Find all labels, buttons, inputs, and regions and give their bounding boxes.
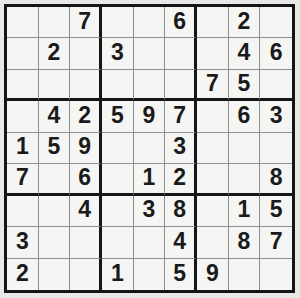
given-digit: 7 — [206, 72, 219, 95]
cell-r5c5[interactable] — [134, 133, 166, 164]
cell-r2c2[interactable]: 2 — [39, 38, 71, 69]
cell-r3c6[interactable] — [165, 70, 197, 101]
cell-r9c8[interactable] — [229, 259, 261, 290]
cell-r6c9[interactable]: 8 — [260, 164, 292, 195]
cell-r5c4[interactable] — [102, 133, 134, 164]
given-digit: 3 — [143, 198, 156, 221]
cell-r7c8[interactable]: 1 — [229, 196, 261, 227]
given-digit: 7 — [270, 230, 283, 253]
given-digit: 9 — [143, 104, 156, 127]
cell-r4c9[interactable]: 3 — [260, 101, 292, 132]
cell-r1c6[interactable]: 6 — [165, 7, 197, 38]
given-digit: 5 — [238, 72, 251, 95]
cell-r8c9[interactable]: 7 — [260, 227, 292, 258]
cell-r8c2[interactable] — [39, 227, 71, 258]
cell-r3c8[interactable]: 5 — [229, 70, 261, 101]
cell-r8c1[interactable]: 3 — [7, 227, 39, 258]
cell-r1c3[interactable]: 7 — [70, 7, 102, 38]
cell-r1c5[interactable] — [134, 7, 166, 38]
cell-r7c6[interactable]: 8 — [165, 196, 197, 227]
given-digit: 7 — [16, 166, 29, 189]
cell-r9c9[interactable] — [260, 259, 292, 290]
cell-r5c2[interactable]: 5 — [39, 133, 71, 164]
cell-r6c8[interactable] — [229, 164, 261, 195]
given-digit: 5 — [111, 104, 124, 127]
cell-r1c7[interactable] — [197, 7, 229, 38]
cell-r9c4[interactable]: 1 — [102, 259, 134, 290]
given-digit: 6 — [78, 166, 91, 189]
cell-r9c3[interactable] — [70, 259, 102, 290]
cell-r1c8[interactable]: 2 — [229, 7, 261, 38]
cell-r6c2[interactable] — [39, 164, 71, 195]
cell-r2c4[interactable]: 3 — [102, 38, 134, 69]
given-digit: 2 — [238, 10, 251, 33]
given-digit: 6 — [270, 41, 283, 64]
cell-r9c6[interactable]: 5 — [165, 259, 197, 290]
given-digit: 9 — [206, 262, 219, 285]
given-digit: 3 — [16, 230, 29, 253]
cell-r6c4[interactable] — [102, 164, 134, 195]
cell-r3c2[interactable] — [39, 70, 71, 101]
given-digit: 1 — [238, 198, 251, 221]
cell-r7c1[interactable] — [7, 196, 39, 227]
cell-r8c6[interactable]: 4 — [165, 227, 197, 258]
cell-r2c6[interactable] — [165, 38, 197, 69]
cell-r2c5[interactable] — [134, 38, 166, 69]
cell-r6c5[interactable]: 1 — [134, 164, 166, 195]
cell-r3c1[interactable] — [7, 70, 39, 101]
cell-r9c1[interactable]: 2 — [7, 259, 39, 290]
given-digit: 5 — [48, 135, 61, 158]
cell-r7c4[interactable] — [102, 196, 134, 227]
cell-r1c2[interactable] — [39, 7, 71, 38]
given-digit: 3 — [270, 104, 283, 127]
cell-r9c7[interactable]: 9 — [197, 259, 229, 290]
given-digit: 6 — [238, 104, 251, 127]
cell-r5c1[interactable]: 1 — [7, 133, 39, 164]
cell-r2c7[interactable] — [197, 38, 229, 69]
cell-r9c2[interactable] — [39, 259, 71, 290]
given-digit: 7 — [78, 10, 91, 33]
cell-r4c3[interactable]: 2 — [70, 101, 102, 132]
given-digit: 4 — [238, 41, 251, 64]
given-digit: 4 — [173, 230, 186, 253]
cell-r3c5[interactable] — [134, 70, 166, 101]
cell-r6c1[interactable]: 7 — [7, 164, 39, 195]
cell-r8c8[interactable]: 8 — [229, 227, 261, 258]
cell-r2c8[interactable]: 4 — [229, 38, 261, 69]
cell-r3c4[interactable] — [102, 70, 134, 101]
cell-r5c9[interactable] — [260, 133, 292, 164]
cell-r2c9[interactable]: 6 — [260, 38, 292, 69]
cell-r3c9[interactable] — [260, 70, 292, 101]
cell-r5c3[interactable]: 9 — [70, 133, 102, 164]
given-digit: 4 — [48, 104, 61, 127]
cell-r6c7[interactable] — [197, 164, 229, 195]
given-digit: 3 — [111, 41, 124, 64]
cell-r7c7[interactable] — [197, 196, 229, 227]
given-digit: 8 — [238, 230, 251, 253]
given-digit: 1 — [143, 166, 156, 189]
cell-r8c7[interactable] — [197, 227, 229, 258]
cell-r5c7[interactable] — [197, 133, 229, 164]
given-digit: 8 — [173, 198, 186, 221]
given-digit: 3 — [173, 135, 186, 158]
cell-r3c7[interactable]: 7 — [197, 70, 229, 101]
cell-r7c5[interactable]: 3 — [134, 196, 166, 227]
cell-r8c4[interactable] — [102, 227, 134, 258]
cell-r7c2[interactable] — [39, 196, 71, 227]
cell-r7c9[interactable]: 5 — [260, 196, 292, 227]
cell-r2c3[interactable] — [70, 38, 102, 69]
cell-r7c3[interactable]: 4 — [70, 196, 102, 227]
cell-r8c3[interactable] — [70, 227, 102, 258]
cell-r4c8[interactable]: 6 — [229, 101, 261, 132]
sudoku-board: 76223467542597631593761284381534872159 — [4, 4, 295, 293]
given-digit: 2 — [173, 166, 186, 189]
cell-r9c5[interactable] — [134, 259, 166, 290]
given-digit: 5 — [270, 198, 283, 221]
cell-r1c4[interactable] — [102, 7, 134, 38]
given-digit: 2 — [48, 41, 61, 64]
given-digit: 8 — [270, 166, 283, 189]
cell-r3c3[interactable] — [70, 70, 102, 101]
cell-r4c5[interactable]: 9 — [134, 101, 166, 132]
cell-r4c7[interactable] — [197, 101, 229, 132]
cell-r2c1[interactable] — [7, 38, 39, 69]
cell-r8c5[interactable] — [134, 227, 166, 258]
cell-r1c1[interactable] — [7, 7, 39, 38]
given-digit: 4 — [78, 198, 91, 221]
given-digit: 1 — [16, 135, 29, 158]
cell-r6c6[interactable]: 2 — [165, 164, 197, 195]
cell-r1c9[interactable] — [260, 7, 292, 38]
given-digit: 7 — [173, 104, 186, 127]
cell-r4c4[interactable]: 5 — [102, 101, 134, 132]
given-digit: 2 — [16, 262, 29, 285]
cell-r4c6[interactable]: 7 — [165, 101, 197, 132]
cell-r4c1[interactable] — [7, 101, 39, 132]
given-digit: 2 — [78, 104, 91, 127]
cell-r5c6[interactable]: 3 — [165, 133, 197, 164]
cell-r6c3[interactable]: 6 — [70, 164, 102, 195]
given-digit: 1 — [111, 262, 124, 285]
cell-r4c2[interactable]: 4 — [39, 101, 71, 132]
given-digit: 5 — [173, 262, 186, 285]
given-digit: 9 — [78, 135, 91, 158]
cell-r5c8[interactable] — [229, 133, 261, 164]
given-digit: 6 — [173, 10, 186, 33]
